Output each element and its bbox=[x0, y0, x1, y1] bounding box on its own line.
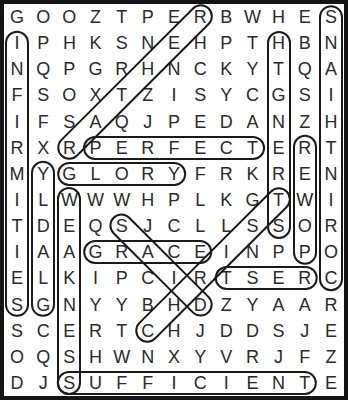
grid-cell-r4c3: O bbox=[56, 82, 82, 108]
grid-cell-r13c4: R bbox=[82, 318, 108, 344]
grid-cell-r14c2: Q bbox=[30, 344, 56, 370]
grid-cell-r14c6: N bbox=[135, 344, 161, 370]
grid-cell-r13c5: T bbox=[109, 318, 135, 344]
grid-cell-r11c13: C bbox=[318, 265, 344, 291]
grid-cell-r7c12: E bbox=[292, 161, 318, 187]
grid-cell-r13c10: D bbox=[239, 318, 265, 344]
grid-cell-r11c5: P bbox=[109, 265, 135, 291]
grid-cell-r13c6: C bbox=[135, 318, 161, 344]
grid-cell-r14c11: J bbox=[266, 344, 292, 370]
grid-cell-r8c4: W bbox=[82, 187, 108, 213]
grid-cell-r15c6: F bbox=[135, 370, 161, 396]
grid-cell-r8c9: K bbox=[213, 187, 239, 213]
grid-cell-r4c10: C bbox=[239, 82, 265, 108]
grid-cell-r7c3: G bbox=[56, 161, 82, 187]
grid-cell-r2c2: P bbox=[30, 30, 56, 56]
grid-cell-r5c1: I bbox=[4, 109, 30, 135]
grid-cell-r8c2: L bbox=[30, 187, 56, 213]
grid-cell-r12c10: Y bbox=[239, 291, 265, 317]
grid-cell-r5c9: D bbox=[213, 109, 239, 135]
grid-cell-r14c5: W bbox=[109, 344, 135, 370]
grid-cell-r9c3: E bbox=[56, 213, 82, 239]
grid-cell-r9c10: S bbox=[239, 213, 265, 239]
grid-cell-r10c9: I bbox=[213, 239, 239, 265]
grid-cell-r12c7: H bbox=[161, 291, 187, 317]
grid-cell-r9c5: S bbox=[109, 213, 135, 239]
grid-cell-r8c1: I bbox=[4, 187, 30, 213]
grid-cell-r1c5: T bbox=[109, 4, 135, 30]
grid-cell-r13c7: H bbox=[161, 318, 187, 344]
grid-cell-r10c10: N bbox=[239, 239, 265, 265]
grid-cell-r2c13: N bbox=[318, 30, 344, 56]
grid-cell-r10c7: C bbox=[161, 239, 187, 265]
grid-cell-r8c10: G bbox=[239, 187, 265, 213]
grid-cell-r3c2: Q bbox=[30, 56, 56, 82]
grid-cell-r9c1: T bbox=[4, 213, 30, 239]
grid-cell-r3c10: Y bbox=[239, 56, 265, 82]
grid-cell-r4c2: S bbox=[30, 82, 56, 108]
grid-cell-r15c10: E bbox=[239, 370, 265, 396]
grid-cell-r7c5: O bbox=[109, 161, 135, 187]
grid-cell-r10c1: I bbox=[4, 239, 30, 265]
grid-cell-r2c7: E bbox=[161, 30, 187, 56]
grid-cell-r13c13: E bbox=[318, 318, 344, 344]
grid-cell-r11c2: L bbox=[30, 265, 56, 291]
grid-cell-r12c11: A bbox=[266, 291, 292, 317]
grid-cell-r3c4: G bbox=[82, 56, 108, 82]
grid-cell-r9c2: D bbox=[30, 213, 56, 239]
grid-cell-r15c3: S bbox=[56, 370, 82, 396]
grid-cell-r10c6: A bbox=[135, 239, 161, 265]
grid-cell-r6c13: T bbox=[318, 135, 344, 161]
grid-cell-r1c4: Z bbox=[82, 4, 108, 30]
grid-cell-r7c8: F bbox=[187, 161, 213, 187]
grid-cell-r2c5: S bbox=[109, 30, 135, 56]
grid-cell-r9c8: L bbox=[187, 213, 213, 239]
grid-cell-r7c2: Y bbox=[30, 161, 56, 187]
grid-cell-r13c12: J bbox=[292, 318, 318, 344]
grid-cell-r7c13: N bbox=[318, 161, 344, 187]
grid-cell-r3c12: Q bbox=[292, 56, 318, 82]
grid-cell-r12c6: B bbox=[135, 291, 161, 317]
grid-cell-r15c1: D bbox=[4, 370, 30, 396]
grid-cell-r3c6: H bbox=[135, 56, 161, 82]
grid-cell-r4c8: S bbox=[187, 82, 213, 108]
grid-cell-r14c1: O bbox=[4, 344, 30, 370]
grid-cell-r1c6: P bbox=[135, 4, 161, 30]
grid-cell-r8c12: W bbox=[292, 187, 318, 213]
grid-cell-r11c3: K bbox=[56, 265, 82, 291]
grid-cell-r9c6: J bbox=[135, 213, 161, 239]
grid-cell-r7c10: K bbox=[239, 161, 265, 187]
grid-cell-r6c1: R bbox=[4, 135, 30, 161]
grid-cell-r1c10: W bbox=[239, 4, 265, 30]
grid-cell-r14c4: H bbox=[82, 344, 108, 370]
grid-cell-r4c6: Z bbox=[135, 82, 161, 108]
grid-cell-r12c13: R bbox=[318, 291, 344, 317]
grid-cell-r15c2: J bbox=[30, 370, 56, 396]
grid-cell-r12c8: D bbox=[187, 291, 213, 317]
grid-cell-r8c7: P bbox=[161, 187, 187, 213]
grid-cell-r2c3: H bbox=[56, 30, 82, 56]
grid-cell-r3c13: A bbox=[318, 56, 344, 82]
grid-cell-r2c11: H bbox=[266, 30, 292, 56]
grid-cell-r5c6: J bbox=[135, 109, 161, 135]
grid-cell-r7c4: L bbox=[82, 161, 108, 187]
grid-cell-r11c10: S bbox=[239, 265, 265, 291]
grid-cell-r11c1: E bbox=[4, 265, 30, 291]
grid-cell-r3c5: R bbox=[109, 56, 135, 82]
grid-cell-r15c7: I bbox=[161, 370, 187, 396]
grid-cell-r14c8: Y bbox=[187, 344, 213, 370]
grid-cell-r9c9: L bbox=[213, 213, 239, 239]
grid-cell-r15c4: U bbox=[82, 370, 108, 396]
grid-cell-r15c5: F bbox=[109, 370, 135, 396]
grid-cell-r12c4: Y bbox=[82, 291, 108, 317]
grid-cell-r14c9: V bbox=[213, 344, 239, 370]
grid-cell-r12c3: N bbox=[56, 291, 82, 317]
grid-cell-r9c4: Q bbox=[82, 213, 108, 239]
grid-cell-r3c3: P bbox=[56, 56, 82, 82]
grid-cell-r7c11: R bbox=[266, 161, 292, 187]
grid-cell-r1c11: H bbox=[266, 4, 292, 30]
grid-cell-r2c10: T bbox=[239, 30, 265, 56]
grid-cell-r8c11: T bbox=[266, 187, 292, 213]
grid-cell-r10c5: R bbox=[109, 239, 135, 265]
grid-cell-r6c8: E bbox=[187, 135, 213, 161]
grid-cell-r12c2: G bbox=[30, 291, 56, 317]
grid-cell-r9c12: O bbox=[292, 213, 318, 239]
grid-cell-r5c5: Q bbox=[109, 109, 135, 135]
grid-cell-r5c4: A bbox=[82, 109, 108, 135]
grid-cell-r9c7: C bbox=[161, 213, 187, 239]
grid-cell-r6c6: R bbox=[135, 135, 161, 161]
grid-cell-r7c6: R bbox=[135, 161, 161, 187]
grid-cell-r4c1: F bbox=[4, 82, 30, 108]
grid-cell-r4c13: I bbox=[318, 82, 344, 108]
grid-cell-r14c12: F bbox=[292, 344, 318, 370]
grid-cell-r13c8: J bbox=[187, 318, 213, 344]
grid-cell-r11c12: R bbox=[292, 265, 318, 291]
grid-cell-r1c8: R bbox=[187, 4, 213, 30]
grid-cell-r7c7: Y bbox=[161, 161, 187, 187]
grid-cell-r14c13: Z bbox=[318, 344, 344, 370]
word-search-board: GOOZTPERBWHESIPHKSNEHPTHBNNQPGRHNCKYTQAF… bbox=[0, 0, 348, 400]
grid-cell-r4c4: X bbox=[82, 82, 108, 108]
grid-cell-r11c4: I bbox=[82, 265, 108, 291]
grid-cell-r13c1: S bbox=[4, 318, 30, 344]
grid-cell-r12c5: Y bbox=[109, 291, 135, 317]
grid-cell-r3c8: C bbox=[187, 56, 213, 82]
letter-grid: GOOZTPERBWHESIPHKSNEHPTHBNNQPGRHNCKYTQAF… bbox=[4, 4, 344, 396]
grid-cell-r11c9: T bbox=[213, 265, 239, 291]
grid-cell-r7c9: R bbox=[213, 161, 239, 187]
grid-cell-r6c11: E bbox=[266, 135, 292, 161]
grid-cell-r10c3: A bbox=[56, 239, 82, 265]
grid-cell-r14c10: R bbox=[239, 344, 265, 370]
grid-cell-r11c7: I bbox=[161, 265, 187, 291]
grid-cell-r6c5: E bbox=[109, 135, 135, 161]
grid-cell-r2c12: B bbox=[292, 30, 318, 56]
grid-cell-r5c13: H bbox=[318, 109, 344, 135]
grid-cell-r14c7: X bbox=[161, 344, 187, 370]
grid-cell-r15c11: N bbox=[266, 370, 292, 396]
grid-cell-r12c1: S bbox=[4, 291, 30, 317]
grid-cell-r13c9: D bbox=[213, 318, 239, 344]
grid-cell-r11c11: E bbox=[266, 265, 292, 291]
grid-cell-r15c8: C bbox=[187, 370, 213, 396]
grid-cell-r5c12: Z bbox=[292, 109, 318, 135]
grid-cell-r8c5: W bbox=[109, 187, 135, 213]
grid-cell-r1c7: E bbox=[161, 4, 187, 30]
grid-cell-r1c1: G bbox=[4, 4, 30, 30]
grid-cell-r8c6: H bbox=[135, 187, 161, 213]
grid-cell-r9c13: R bbox=[318, 213, 344, 239]
grid-cell-r6c3: R bbox=[56, 135, 82, 161]
grid-cell-r14c3: S bbox=[56, 344, 82, 370]
grid-cell-r5c3: S bbox=[56, 109, 82, 135]
grid-cell-r10c12: P bbox=[292, 239, 318, 265]
grid-cell-r15c13: E bbox=[318, 370, 344, 396]
grid-cell-r3c1: N bbox=[4, 56, 30, 82]
grid-cell-r5c10: A bbox=[239, 109, 265, 135]
grid-cell-r1c2: O bbox=[30, 4, 56, 30]
grid-cell-r12c9: Z bbox=[213, 291, 239, 317]
grid-cell-r5c11: N bbox=[266, 109, 292, 135]
grid-cell-r4c11: G bbox=[266, 82, 292, 108]
grid-cell-r9c11: S bbox=[266, 213, 292, 239]
grid-cell-r2c6: N bbox=[135, 30, 161, 56]
grid-cell-r15c9: I bbox=[213, 370, 239, 396]
grid-cell-r11c8: R bbox=[187, 265, 213, 291]
grid-cell-r13c3: E bbox=[56, 318, 82, 344]
grid-cell-r8c8: L bbox=[187, 187, 213, 213]
grid-cell-r10c8: E bbox=[187, 239, 213, 265]
grid-cell-r7c1: M bbox=[4, 161, 30, 187]
grid-cell-r6c2: X bbox=[30, 135, 56, 161]
grid-cell-r10c4: G bbox=[82, 239, 108, 265]
grid-cell-r1c9: B bbox=[213, 4, 239, 30]
grid-cell-r13c11: S bbox=[266, 318, 292, 344]
grid-cell-r6c4: P bbox=[82, 135, 108, 161]
grid-cell-r12c12: A bbox=[292, 291, 318, 317]
grid-cell-r3c11: T bbox=[266, 56, 292, 82]
grid-cell-r1c12: E bbox=[292, 4, 318, 30]
grid-cell-r5c2: F bbox=[30, 109, 56, 135]
grid-cell-r10c13: O bbox=[318, 239, 344, 265]
grid-cell-r6c9: C bbox=[213, 135, 239, 161]
grid-cell-r5c7: P bbox=[161, 109, 187, 135]
grid-cell-r13c2: C bbox=[30, 318, 56, 344]
grid-cell-r2c8: H bbox=[187, 30, 213, 56]
grid-cell-r2c9: P bbox=[213, 30, 239, 56]
grid-cell-r1c3: O bbox=[56, 4, 82, 30]
grid-cell-r8c3: W bbox=[56, 187, 82, 213]
grid-cell-r11c6: C bbox=[135, 265, 161, 291]
grid-cell-r5c8: E bbox=[187, 109, 213, 135]
grid-cell-r15c12: T bbox=[292, 370, 318, 396]
grid-cell-r6c7: F bbox=[161, 135, 187, 161]
grid-cell-r4c9: Y bbox=[213, 82, 239, 108]
grid-cell-r8c13: I bbox=[318, 187, 344, 213]
grid-cell-r10c2: A bbox=[30, 239, 56, 265]
grid-cell-r2c1: I bbox=[4, 30, 30, 56]
grid-cell-r3c9: K bbox=[213, 56, 239, 82]
grid-cell-r4c12: S bbox=[292, 82, 318, 108]
grid-cell-r4c7: I bbox=[161, 82, 187, 108]
grid-cell-r10c11: P bbox=[266, 239, 292, 265]
grid-cell-r6c12: R bbox=[292, 135, 318, 161]
grid-cell-r1c13: S bbox=[318, 4, 344, 30]
grid-cell-r4c5: T bbox=[109, 82, 135, 108]
grid-cell-r6c10: T bbox=[239, 135, 265, 161]
grid-cell-r2c4: K bbox=[82, 30, 108, 56]
grid-cell-r3c7: N bbox=[161, 56, 187, 82]
